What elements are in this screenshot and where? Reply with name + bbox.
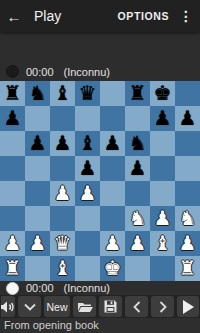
prev-move-button[interactable]	[125, 296, 148, 317]
back-button[interactable]: ←	[0, 8, 28, 25]
options-button[interactable]: OPTIONS	[112, 4, 175, 28]
square-d2[interactable]	[75, 231, 100, 256]
white-bishop: ♝	[150, 231, 175, 256]
arrow-left-icon: ←	[7, 8, 22, 25]
toolbar: New	[0, 295, 200, 318]
square-g1[interactable]	[150, 256, 175, 281]
play-icon	[181, 299, 195, 315]
vertical-ellipsis-icon: ⋮	[179, 8, 193, 24]
square-f8[interactable]: ♜	[125, 81, 150, 106]
floppy-icon	[104, 300, 117, 313]
black-pawn: ♟	[100, 131, 125, 156]
square-a7[interactable]: ♟	[0, 106, 25, 131]
square-g3[interactable]: ♟	[150, 206, 175, 231]
black-pawn: ♟	[25, 131, 50, 156]
square-g7[interactable]: ♟	[150, 106, 175, 131]
status-bar: From opening book	[0, 318, 200, 333]
square-e8[interactable]	[100, 81, 125, 106]
square-h5[interactable]	[175, 156, 200, 181]
sound-button[interactable]	[1, 296, 15, 317]
square-d5[interactable]: ♟	[75, 156, 100, 181]
white-pawn: ♟	[150, 206, 175, 231]
square-b6[interactable]: ♟	[25, 131, 50, 156]
square-e6[interactable]: ♟	[100, 131, 125, 156]
save-button[interactable]	[99, 296, 122, 317]
autoplay-button[interactable]	[177, 296, 199, 317]
square-e7[interactable]	[100, 106, 125, 131]
white-knight: ♞	[175, 206, 200, 231]
square-e3[interactable]	[100, 206, 125, 231]
collapse-button[interactable]	[18, 296, 41, 317]
white-player-dot-icon	[6, 282, 19, 295]
black-pawn: ♟	[75, 156, 100, 181]
black-knight: ♞	[125, 131, 150, 156]
white-pawn: ♟	[175, 231, 200, 256]
square-g5[interactable]	[150, 156, 175, 181]
black-pawn: ♟	[50, 131, 75, 156]
square-b2[interactable]: ♟	[25, 231, 50, 256]
white-pawn: ♟	[25, 231, 50, 256]
square-b1[interactable]	[25, 256, 50, 281]
new-game-button[interactable]: New	[44, 296, 70, 317]
status-text: From opening book	[0, 318, 200, 333]
square-e4[interactable]	[100, 181, 125, 206]
folder-icon	[77, 301, 93, 313]
square-c6[interactable]: ♟	[50, 131, 75, 156]
square-a5[interactable]	[0, 156, 25, 181]
chevron-left-icon	[132, 300, 142, 314]
square-c2[interactable]: ♛	[50, 231, 75, 256]
black-pawn: ♟	[125, 156, 150, 181]
black-rook: ♜	[0, 81, 25, 106]
white-rook: ♜	[0, 256, 25, 281]
square-d4[interactable]: ♟	[75, 181, 100, 206]
black-pawn: ♟	[0, 106, 25, 131]
square-d6[interactable]: ♝	[75, 131, 100, 156]
square-e2[interactable]: ♟	[100, 231, 125, 256]
page-title: Play	[34, 8, 61, 24]
square-a1[interactable]: ♜	[0, 256, 25, 281]
white-pawn: ♟	[0, 231, 25, 256]
square-b7[interactable]	[25, 106, 50, 131]
square-b8[interactable]: ♞	[25, 81, 50, 106]
square-c5[interactable]	[50, 156, 75, 181]
black-player-name: (Inconnu)	[64, 66, 110, 78]
white-bishop: ♝	[50, 256, 75, 281]
square-a2[interactable]: ♟	[0, 231, 25, 256]
square-f2[interactable]: ♟	[125, 231, 150, 256]
bottom-player-area: 00:00 (Inconnu)	[0, 281, 200, 295]
next-move-button[interactable]	[151, 296, 174, 317]
square-f7[interactable]	[125, 106, 150, 131]
square-h8[interactable]	[175, 81, 200, 106]
black-player-dot-icon	[6, 65, 19, 78]
white-pawn: ♟	[100, 231, 125, 256]
top-player-area: 00:00 (Inconnu)	[0, 32, 200, 81]
square-d1[interactable]	[75, 256, 100, 281]
black-king: ♚	[150, 81, 175, 106]
square-a6[interactable]	[0, 131, 25, 156]
square-d3[interactable]	[75, 206, 100, 231]
square-g8[interactable]: ♚	[150, 81, 175, 106]
chevron-right-icon	[158, 300, 168, 314]
white-player-name: (Inconnu)	[64, 282, 110, 294]
app-bar: ← Play OPTIONS ⋮	[0, 0, 200, 32]
square-b3[interactable]	[25, 206, 50, 231]
square-h2[interactable]: ♟	[175, 231, 200, 256]
black-rook: ♜	[125, 81, 150, 106]
square-a8[interactable]: ♜	[0, 81, 25, 106]
black-bishop: ♝	[50, 81, 75, 106]
black-knight: ♞	[25, 81, 50, 106]
square-c7[interactable]	[50, 106, 75, 131]
square-f5[interactable]: ♟	[125, 156, 150, 181]
square-c1[interactable]: ♝	[50, 256, 75, 281]
square-a4[interactable]	[0, 181, 25, 206]
black-queen: ♛	[75, 81, 100, 106]
white-king: ♚	[100, 256, 125, 281]
square-c8[interactable]: ♝	[50, 81, 75, 106]
chess-board: ♜♞♝♛♜♚♟♟♟♟♟♝♟♞♟♟♟♟♞♟♞♟♟♛♟♟♝♟♜♝♚♜	[0, 81, 200, 281]
chevron-down-icon	[23, 302, 37, 312]
white-pawn: ♟	[50, 181, 75, 206]
square-h1[interactable]: ♜	[175, 256, 200, 281]
square-b5[interactable]	[25, 156, 50, 181]
speaker-icon	[1, 300, 15, 314]
black-clock-time: 00:00	[26, 66, 54, 78]
square-g2[interactable]: ♝	[150, 231, 175, 256]
square-f4[interactable]	[125, 181, 150, 206]
square-f6[interactable]: ♞	[125, 131, 150, 156]
square-f1[interactable]	[125, 256, 150, 281]
square-d7[interactable]	[75, 106, 100, 131]
square-c4[interactable]: ♟	[50, 181, 75, 206]
square-b4[interactable]	[25, 181, 50, 206]
overflow-menu-button[interactable]: ⋮	[175, 5, 200, 27]
black-player-clock: 00:00 (Inconnu)	[0, 62, 200, 81]
square-h3[interactable]: ♞	[175, 206, 200, 231]
white-player-clock: 00:00 (Inconnu)	[0, 281, 200, 295]
white-queen: ♛	[50, 231, 75, 256]
square-g6[interactable]	[150, 131, 175, 156]
square-a3[interactable]	[0, 206, 25, 231]
white-pawn: ♟	[75, 181, 100, 206]
black-bishop: ♝	[75, 131, 100, 156]
white-knight: ♞	[125, 206, 150, 231]
black-pawn: ♟	[150, 106, 175, 131]
black-pawn: ♟	[175, 106, 200, 131]
square-g4[interactable]	[150, 181, 175, 206]
square-e1[interactable]: ♚	[100, 256, 125, 281]
square-c3[interactable]	[50, 206, 75, 231]
white-clock-time: 00:00	[26, 282, 54, 294]
square-h6[interactable]	[175, 131, 200, 156]
white-pawn: ♟	[125, 231, 150, 256]
open-button[interactable]	[73, 296, 96, 317]
square-f3[interactable]: ♞	[125, 206, 150, 231]
white-rook: ♜	[175, 256, 200, 281]
square-e5[interactable]	[100, 156, 125, 181]
square-h7[interactable]: ♟	[175, 106, 200, 131]
square-h4[interactable]	[175, 181, 200, 206]
square-d8[interactable]: ♛	[75, 81, 100, 106]
